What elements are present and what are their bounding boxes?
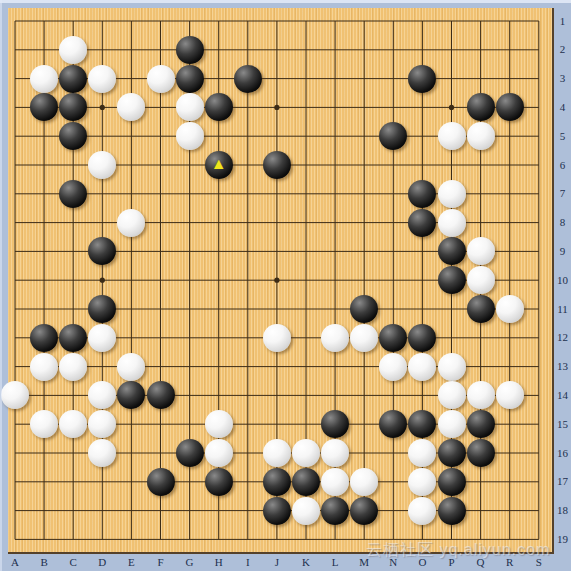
white-stone-L12[interactable] — [321, 324, 349, 352]
black-stone-B12[interactable] — [30, 324, 58, 352]
white-stone-C2[interactable] — [59, 36, 87, 64]
column-label-C: C — [63, 556, 83, 570]
row-label-16: 16 — [554, 447, 571, 460]
white-stone-P5[interactable] — [438, 122, 466, 150]
black-stone-M11[interactable] — [350, 295, 378, 323]
white-stone-P8[interactable] — [438, 209, 466, 237]
white-stone-D12[interactable] — [88, 324, 116, 352]
row-label-17: 17 — [554, 475, 571, 488]
row-label-2: 2 — [554, 43, 571, 56]
white-stone-D3[interactable] — [88, 65, 116, 93]
black-stone-H17[interactable] — [205, 468, 233, 496]
column-label-F: F — [151, 556, 171, 570]
column-label-E: E — [121, 556, 141, 570]
white-stone-G5[interactable] — [176, 122, 204, 150]
triangle-marker: ▲ — [211, 156, 227, 172]
row-label-19: 19 — [554, 533, 571, 546]
black-stone-C3[interactable] — [59, 65, 87, 93]
black-stone-O3[interactable] — [408, 65, 436, 93]
black-stone-C7[interactable] — [59, 180, 87, 208]
black-stone-Q11[interactable] — [467, 295, 495, 323]
row-label-15: 15 — [554, 418, 571, 431]
black-stone-R4[interactable] — [496, 93, 524, 121]
black-stone-I3[interactable] — [234, 65, 262, 93]
row-label-11: 11 — [554, 303, 571, 316]
black-stone-J17[interactable] — [263, 468, 291, 496]
white-stone-K16[interactable] — [292, 439, 320, 467]
row-label-3: 3 — [554, 72, 571, 85]
black-stone-H4[interactable] — [205, 93, 233, 121]
white-stone-J12[interactable] — [263, 324, 291, 352]
black-stone-F17[interactable] — [147, 468, 175, 496]
white-stone-O17[interactable] — [408, 468, 436, 496]
white-stone-R11[interactable] — [496, 295, 524, 323]
white-stone-M17[interactable] — [350, 468, 378, 496]
black-stone-P16[interactable] — [438, 439, 466, 467]
white-stone-E8[interactable] — [117, 209, 145, 237]
watermark-text: 云栖社区 yq.aliyun.com — [366, 540, 550, 561]
row-label-10: 10 — [554, 274, 571, 287]
column-label-G: G — [180, 556, 200, 570]
row-label-13: 13 — [554, 360, 571, 373]
row-label-4: 4 — [554, 101, 571, 114]
column-label-I: I — [238, 556, 258, 570]
white-stone-R14[interactable] — [496, 381, 524, 409]
go-app-window: ▲ ABCDEFGHIJKLMNOPQRS1234567891011121314… — [0, 0, 571, 571]
white-stone-F3[interactable] — [147, 65, 175, 93]
column-label-B: B — [34, 556, 54, 570]
white-stone-L17[interactable] — [321, 468, 349, 496]
black-stone-H6[interactable]: ▲ — [205, 151, 233, 179]
white-stone-J16[interactable] — [263, 439, 291, 467]
white-stone-M12[interactable] — [350, 324, 378, 352]
white-stone-P15[interactable] — [438, 410, 466, 438]
row-label-18: 18 — [554, 504, 571, 517]
row-label-1: 1 — [554, 15, 571, 28]
column-label-A: A — [5, 556, 25, 570]
white-stone-H16[interactable] — [205, 439, 233, 467]
row-label-7: 7 — [554, 187, 571, 200]
row-label-6: 6 — [554, 159, 571, 172]
black-stone-Q15[interactable] — [467, 410, 495, 438]
black-stone-L18[interactable] — [321, 497, 349, 525]
white-stone-Q10[interactable] — [467, 266, 495, 294]
black-stone-O8[interactable] — [408, 209, 436, 237]
white-stone-N13[interactable] — [379, 353, 407, 381]
black-stone-P9[interactable] — [438, 237, 466, 265]
white-stone-K18[interactable] — [292, 497, 320, 525]
black-stone-K17[interactable] — [292, 468, 320, 496]
column-label-K: K — [296, 556, 316, 570]
white-stone-B3[interactable] — [30, 65, 58, 93]
row-label-12: 12 — [554, 331, 571, 344]
white-stone-E13[interactable] — [117, 353, 145, 381]
white-stone-P7[interactable] — [438, 180, 466, 208]
column-label-J: J — [267, 556, 287, 570]
black-stone-O7[interactable] — [408, 180, 436, 208]
black-stone-J18[interactable] — [263, 497, 291, 525]
black-stone-Q4[interactable] — [467, 93, 495, 121]
row-label-8: 8 — [554, 216, 571, 229]
row-label-9: 9 — [554, 245, 571, 258]
white-stone-G4[interactable] — [176, 93, 204, 121]
column-label-L: L — [325, 556, 345, 570]
black-stone-G3[interactable] — [176, 65, 204, 93]
black-stone-P17[interactable] — [438, 468, 466, 496]
white-stone-P14[interactable] — [438, 381, 466, 409]
black-stone-G16[interactable] — [176, 439, 204, 467]
black-stone-J6[interactable] — [263, 151, 291, 179]
white-stone-Q14[interactable] — [467, 381, 495, 409]
white-stone-C13[interactable] — [59, 353, 87, 381]
black-stone-M18[interactable] — [350, 497, 378, 525]
white-stone-Q5[interactable] — [467, 122, 495, 150]
black-stone-Q16[interactable] — [467, 439, 495, 467]
white-stone-H15[interactable] — [205, 410, 233, 438]
row-label-14: 14 — [554, 389, 571, 402]
black-stone-F14[interactable] — [147, 381, 175, 409]
row-label-5: 5 — [554, 130, 571, 143]
white-stone-O13[interactable] — [408, 353, 436, 381]
black-stone-P18[interactable] — [438, 497, 466, 525]
black-stone-P10[interactable] — [438, 266, 466, 294]
black-stone-O12[interactable] — [408, 324, 436, 352]
white-stone-L16[interactable] — [321, 439, 349, 467]
white-stone-O18[interactable] — [408, 497, 436, 525]
black-stone-G2[interactable] — [176, 36, 204, 64]
black-stone-N12[interactable] — [379, 324, 407, 352]
column-label-D: D — [92, 556, 112, 570]
white-stone-Q9[interactable] — [467, 237, 495, 265]
white-stone-P13[interactable] — [438, 353, 466, 381]
white-stone-B13[interactable] — [30, 353, 58, 381]
column-label-H: H — [209, 556, 229, 570]
black-stone-C12[interactable] — [59, 324, 87, 352]
